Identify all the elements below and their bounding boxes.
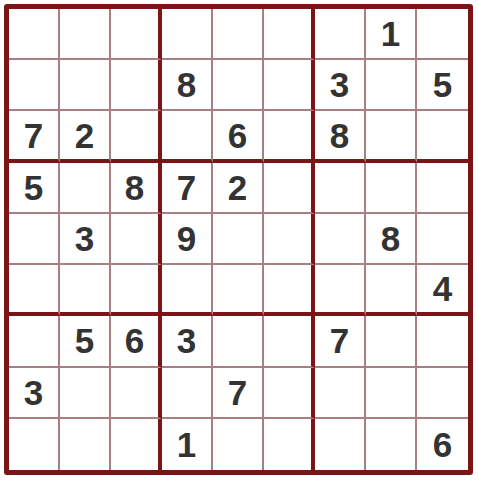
sudoku-cell[interactable] <box>315 419 366 470</box>
sudoku-cell[interactable]: 6 <box>417 419 468 470</box>
sudoku-cell[interactable] <box>213 214 264 265</box>
sudoku-cell[interactable]: 5 <box>60 316 111 367</box>
sudoku-board: 183572685872398456373716 <box>4 4 473 475</box>
sudoku-cell[interactable] <box>162 9 213 60</box>
given-digit: 7 <box>330 323 349 358</box>
sudoku-cell[interactable] <box>162 265 213 316</box>
sudoku-cell[interactable] <box>417 316 468 367</box>
sudoku-cell[interactable]: 1 <box>162 419 213 470</box>
sudoku-cell[interactable] <box>366 419 417 470</box>
sudoku-cell[interactable] <box>315 265 366 316</box>
sudoku-cell[interactable] <box>213 60 264 111</box>
sudoku-cell[interactable] <box>417 111 468 162</box>
sudoku-cell[interactable]: 8 <box>111 163 162 214</box>
sudoku-cell[interactable] <box>366 111 417 162</box>
sudoku-cell[interactable]: 7 <box>9 111 60 162</box>
given-digit: 1 <box>177 427 196 462</box>
sudoku-cell[interactable]: 8 <box>315 111 366 162</box>
sudoku-cell[interactable] <box>264 316 315 367</box>
given-digit: 4 <box>433 271 452 306</box>
sudoku-cell[interactable] <box>60 368 111 419</box>
sudoku-cell[interactable] <box>417 368 468 419</box>
given-digit: 7 <box>177 170 196 205</box>
sudoku-cell[interactable]: 5 <box>9 163 60 214</box>
given-digit: 9 <box>177 221 196 256</box>
sudoku-cell[interactable] <box>417 214 468 265</box>
sudoku-cell[interactable] <box>213 265 264 316</box>
given-digit: 8 <box>125 170 144 205</box>
sudoku-cell[interactable] <box>366 60 417 111</box>
sudoku-cell[interactable]: 5 <box>417 60 468 111</box>
sudoku-cell[interactable]: 4 <box>417 265 468 316</box>
given-digit: 8 <box>381 221 400 256</box>
sudoku-cell[interactable]: 2 <box>60 111 111 162</box>
sudoku-cell[interactable] <box>264 265 315 316</box>
sudoku-cell[interactable] <box>162 111 213 162</box>
sudoku-cell[interactable] <box>264 60 315 111</box>
sudoku-cell[interactable] <box>315 214 366 265</box>
sudoku-cell[interactable]: 2 <box>213 163 264 214</box>
sudoku-cell[interactable] <box>111 60 162 111</box>
given-digit: 7 <box>228 375 247 410</box>
sudoku-cell[interactable] <box>213 9 264 60</box>
sudoku-cell[interactable]: 8 <box>366 214 417 265</box>
sudoku-cell[interactable]: 3 <box>162 316 213 367</box>
sudoku-cell[interactable] <box>315 368 366 419</box>
given-digit: 5 <box>433 67 452 102</box>
sudoku-cell[interactable]: 3 <box>60 214 111 265</box>
sudoku-page: 183572685872398456373716 <box>0 0 478 480</box>
sudoku-cell[interactable]: 3 <box>9 368 60 419</box>
sudoku-cell[interactable] <box>315 9 366 60</box>
sudoku-cell[interactable] <box>264 368 315 419</box>
sudoku-cell[interactable] <box>60 419 111 470</box>
given-digit: 6 <box>125 323 144 358</box>
sudoku-cell[interactable]: 7 <box>162 163 213 214</box>
sudoku-cell[interactable]: 7 <box>315 316 366 367</box>
sudoku-cell[interactable] <box>213 316 264 367</box>
sudoku-cell[interactable] <box>366 316 417 367</box>
given-digit: 6 <box>433 427 452 462</box>
given-digit: 3 <box>24 375 43 410</box>
sudoku-cell[interactable]: 7 <box>213 368 264 419</box>
sudoku-cell[interactable] <box>264 419 315 470</box>
sudoku-cell[interactable] <box>417 9 468 60</box>
sudoku-cell[interactable] <box>9 419 60 470</box>
sudoku-cell[interactable]: 1 <box>366 9 417 60</box>
sudoku-cell[interactable] <box>111 9 162 60</box>
sudoku-cell[interactable] <box>111 214 162 265</box>
sudoku-cell[interactable] <box>315 163 366 214</box>
sudoku-cell[interactable] <box>60 9 111 60</box>
sudoku-cell[interactable] <box>9 265 60 316</box>
given-digit: 5 <box>75 323 94 358</box>
given-digit: 6 <box>228 118 247 153</box>
sudoku-cell[interactable]: 6 <box>111 316 162 367</box>
given-digit: 2 <box>228 170 247 205</box>
given-digit: 3 <box>330 67 349 102</box>
sudoku-cell[interactable]: 3 <box>315 60 366 111</box>
given-digit: 8 <box>330 118 349 153</box>
sudoku-cell[interactable] <box>213 419 264 470</box>
sudoku-cell[interactable] <box>9 214 60 265</box>
sudoku-cell[interactable] <box>60 60 111 111</box>
given-digit: 1 <box>381 16 400 51</box>
sudoku-cell[interactable]: 8 <box>162 60 213 111</box>
sudoku-cell[interactable] <box>111 265 162 316</box>
given-digit: 5 <box>24 170 43 205</box>
given-digit: 7 <box>24 118 43 153</box>
sudoku-cell[interactable] <box>60 265 111 316</box>
sudoku-cell[interactable] <box>9 9 60 60</box>
sudoku-cell[interactable] <box>162 368 213 419</box>
given-digit: 2 <box>75 118 94 153</box>
sudoku-cell[interactable]: 6 <box>213 111 264 162</box>
sudoku-cell[interactable] <box>9 60 60 111</box>
sudoku-cell[interactable] <box>264 214 315 265</box>
sudoku-cell[interactable] <box>366 368 417 419</box>
given-digit: 8 <box>177 67 196 102</box>
sudoku-cell[interactable] <box>60 163 111 214</box>
sudoku-cell[interactable] <box>417 163 468 214</box>
sudoku-cell[interactable] <box>264 111 315 162</box>
sudoku-cell[interactable] <box>9 316 60 367</box>
given-digit: 3 <box>75 221 94 256</box>
sudoku-cell[interactable] <box>366 265 417 316</box>
given-digit: 3 <box>177 323 196 358</box>
sudoku-cell[interactable] <box>111 419 162 470</box>
sudoku-cell[interactable] <box>264 163 315 214</box>
sudoku-cell[interactable]: 9 <box>162 214 213 265</box>
sudoku-cell[interactable] <box>111 368 162 419</box>
sudoku-cell[interactable] <box>366 163 417 214</box>
sudoku-cell[interactable] <box>264 9 315 60</box>
sudoku-cell[interactable] <box>111 111 162 162</box>
